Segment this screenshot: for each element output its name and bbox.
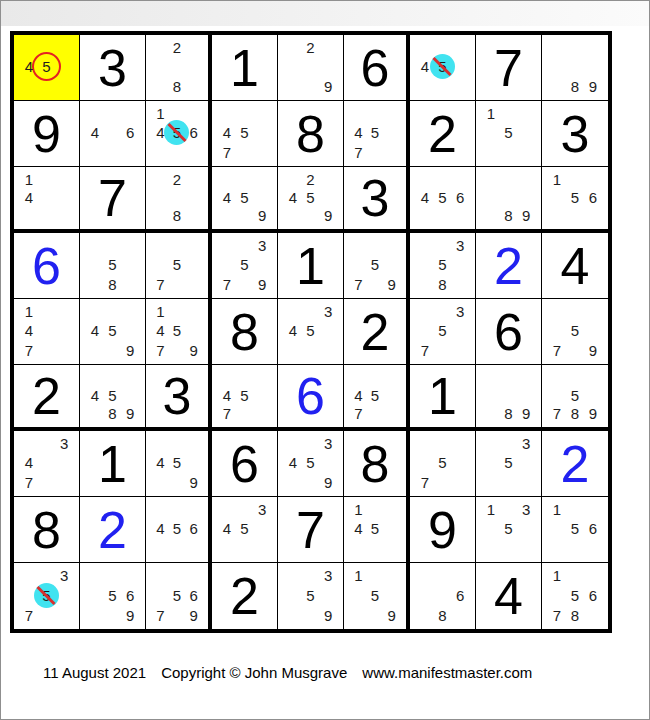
cell-r1c2[interactable]: 3 [80,35,146,101]
pencil-slot-4 [152,586,169,606]
cell-r8c9[interactable]: 156 [542,497,608,563]
pencil-slot-6 [319,57,337,76]
pencil-digit: 2 [306,172,314,187]
pencil-mark: 9 [383,275,400,294]
cell-r5c1[interactable]: 147 [14,299,80,365]
pencil-slot-2 [367,368,384,386]
pencil-digit: 1 [354,502,362,517]
pencil-digit: 7 [354,406,362,421]
cell-r2c4[interactable]: 457 [212,101,278,167]
pencil-slot-1 [350,368,367,386]
cell-r7c6[interactable]: 8 [344,431,410,497]
pencil-mark: 1 [20,170,38,188]
pencil-mark: 6 [584,586,602,606]
pencil-mark: 9 [517,405,535,423]
cell-r3c7[interactable]: 456 [410,167,476,233]
pencil-marks: 15 [476,101,541,166]
pencil-marks: 135 [476,497,541,562]
pencil-digit: 4 [289,323,297,338]
cell-r8c7[interactable]: 9 [410,497,476,563]
pencil-slot-9 [185,143,202,162]
pencil-slot-2 [104,368,122,386]
pencil-slot-1 [284,434,302,453]
cell-r6c2[interactable]: 4589 [80,365,146,431]
pencil-slot-6 [185,453,202,472]
pencil-marks: 358 [410,233,475,298]
pencil-digit: 7 [223,406,231,421]
pencil-digit: 9 [589,79,597,94]
cell-r1c5[interactable]: 29 [278,35,344,101]
pencil-slot-8 [367,405,384,423]
pencil-slot-8 [566,207,584,225]
cell-r3c8[interactable]: 89 [476,167,542,233]
cell-r9c6[interactable]: 159 [344,563,410,629]
pencil-digit: 5 [108,257,116,272]
pencil-slot-9 [517,473,535,492]
pencil-digit: 1 [553,502,561,517]
cell-r7c2[interactable]: 1 [80,431,146,497]
pencil-marks: 357 [14,563,79,629]
pencil-marks: 579 [542,299,608,364]
pencil-slot-7 [548,207,566,225]
pencil-mark: 4 [284,188,302,206]
given-digit: 1 [278,233,343,298]
pencil-slot-3 [517,170,535,188]
pencil-digit: 6 [589,521,597,536]
cell-r1c3[interactable]: 28 [146,35,212,101]
pencil-slot-4 [152,57,169,76]
given-digit: 9 [14,101,79,166]
pencil-slot-3 [383,500,400,519]
pencil-slot-6 [121,255,139,274]
pencil-digit: 5 [371,257,379,272]
given-digit: 7 [278,497,343,562]
cell-r9c9[interactable]: 15678 [542,563,608,629]
pencil-slot-8 [169,275,186,294]
pencil-marks: 569 [80,563,145,629]
cell-r7c1[interactable]: 347 [14,431,80,497]
pencil-mark: 1 [350,566,367,586]
cell-r2c1[interactable]: 9 [14,101,80,167]
pencil-mark: 4 [284,453,302,472]
pencil-slot-1 [482,434,500,453]
cell-r6c5[interactable]: 6 [278,365,344,431]
cell-r4c3[interactable]: 57 [146,233,212,299]
pencil-digit: 5 [173,588,181,603]
pencil-mark: 7 [20,473,38,492]
given-digit: 2 [344,299,406,364]
pencil-slot-9 [185,275,202,294]
cell-r6c8[interactable]: 89 [476,365,542,431]
cell-r8c8[interactable]: 135 [476,497,542,563]
pencil-mark: 5 [104,386,122,404]
pencil-slot-9 [383,405,400,423]
pencil-mark: 5 [434,321,452,340]
pencil-digit: 5 [371,125,379,140]
pencil-mark: 5 [367,386,384,404]
pencil-digit: 3 [60,436,68,451]
pencil-mark: 5 [236,386,254,404]
copyright-label: Copyright © John Musgrave [161,664,347,681]
pencil-slot-3 [383,236,400,255]
cell-r3c4[interactable]: 459 [212,167,278,233]
pencil-slot-6 [584,57,602,76]
cell-r4c6[interactable]: 579 [344,233,410,299]
pencil-mark: 7 [548,605,566,625]
pencil-slot-9 [55,77,73,96]
pencil-mark: 9 [185,341,202,360]
given-digit: 2 [212,563,277,629]
pencil-slot-9 [584,605,602,625]
pencil-marks: 46 [80,101,145,166]
cell-r8c5[interactable]: 7 [278,497,344,563]
pencil-marks: 459 [212,167,277,229]
pencil-digit: 8 [504,208,512,223]
pencil-mark: 7 [350,405,367,423]
cell-r8c3[interactable]: 456 [146,497,212,563]
cell-r9c7[interactable]: 68 [410,563,476,629]
cell-r6c1[interactable]: 2 [14,365,80,431]
pencil-mark: 5 [169,255,186,274]
cell-r6c9[interactable]: 5789 [542,365,608,431]
pencil-slot-2 [434,170,452,188]
pencil-mark: 9 [383,605,400,625]
pencil-slot-7 [152,207,169,225]
pencil-marks: 457 [344,365,406,427]
pencil-slot-9 [55,341,73,360]
cell-r1c8[interactable]: 7 [476,35,542,101]
pencil-mark: 9 [121,405,139,423]
pencil-slot-7 [416,77,434,96]
cell-r1c7[interactable]: 45 [410,35,476,101]
pencil-slot-4 [416,255,434,274]
cell-r9c5[interactable]: 359 [278,563,344,629]
pencil-slot-6 [451,57,469,76]
cell-r4c7[interactable]: 358 [410,233,476,299]
pencil-slot-9 [584,539,602,558]
given-digit: 3 [146,365,208,427]
pencil-slot-4 [482,123,500,142]
cell-r7c8[interactable]: 35 [476,431,542,497]
pencil-marks: 57 [410,431,475,496]
given-digit: 1 [80,431,145,496]
website-label: www.manifestmaster.com [362,664,532,681]
cell-r5c8[interactable]: 6 [476,299,542,365]
pencil-slot-9 [55,605,73,625]
pencil-slot-2 [104,104,122,123]
cell-r1c6[interactable]: 6 [344,35,410,101]
pencil-slot-6 [319,188,337,206]
pencil-slot-6 [451,255,469,274]
pencil-slot-6 [253,519,271,538]
pencil-digit: 3 [324,436,332,451]
cell-r5c7[interactable]: 357 [410,299,476,365]
cell-r5c2[interactable]: 459 [80,299,146,365]
pencil-slot-1 [86,302,104,321]
cell-r9c1[interactable]: 357 [14,563,80,629]
pencil-slot-3 [584,302,602,321]
pencil-slot-4 [548,519,566,538]
cell-r1c4[interactable]: 1 [212,35,278,101]
pencil-mark: 8 [169,207,186,225]
pencil-slot-7 [86,341,104,360]
cell-r5c3[interactable]: 14579 [146,299,212,365]
cell-r5c4[interactable]: 8 [212,299,278,365]
pencil-digit: 5 [438,257,446,272]
pencil-digit: 6 [189,125,197,140]
cell-r3c6[interactable]: 3 [344,167,410,233]
pencil-slot-5 [104,123,122,142]
pencil-mark: 9 [517,207,535,225]
pencil-marks: 457 [344,101,406,166]
pencil-slot-7 [482,473,500,492]
pencil-slot-8 [367,539,384,558]
cell-r1c9[interactable]: 89 [542,35,608,101]
pencil-digit: 3 [522,436,530,451]
pencil-slot-8 [104,341,122,360]
cell-r8c2[interactable]: 2 [80,497,146,563]
cell-r3c3[interactable]: 28 [146,167,212,233]
pencil-digit: 7 [25,608,33,623]
pencil-digit: 4 [156,125,164,140]
cell-r2c6[interactable]: 457 [344,101,410,167]
cell-r9c8[interactable]: 4 [476,563,542,629]
solved-digit: 2 [476,233,541,298]
given-digit: 6 [476,299,541,364]
pencil-digit: 1 [487,106,495,121]
cell-r6c4[interactable]: 457 [212,365,278,431]
given-digit: 8 [212,299,277,364]
pencil-slot-9 [121,275,139,294]
pencil-slot-9 [55,207,73,225]
cell-r2c3[interactable]: 1456 [146,101,212,167]
cell-r2c5[interactable]: 8 [278,101,344,167]
pencil-mark: 7 [152,341,169,360]
cell-r7c9[interactable]: 2 [542,431,608,497]
pencil-slot-2 [434,236,452,255]
pencil-slot-9 [517,143,535,162]
cell-r9c2[interactable]: 569 [80,563,146,629]
cell-r4c9[interactable]: 4 [542,233,608,299]
cell-r4c4[interactable]: 3579 [212,233,278,299]
pencil-slot-6 [383,586,400,606]
pencil-mark: 1 [548,500,566,519]
cell-r7c4[interactable]: 6 [212,431,278,497]
pencil-mark: 5 [500,123,518,142]
pencil-slot-1 [20,566,38,586]
pencil-slot-2 [236,236,254,255]
pencil-mark: 5 [302,453,320,472]
pencil-slot-1 [416,566,434,586]
pencil-slot-3 [517,104,535,123]
pencil-digit: 4 [289,190,297,205]
cell-r5c9[interactable]: 579 [542,299,608,365]
cell-r3c9[interactable]: 156 [542,167,608,233]
pencil-mark: 4 [20,188,38,206]
cell-r6c3[interactable]: 3 [146,365,212,431]
pencil-slot-4 [548,586,566,606]
pencil-slot-6 [55,57,73,76]
pencil-digit: 5 [173,521,181,536]
pencil-marks: 15678 [542,563,608,629]
pencil-digit: 9 [324,208,332,223]
given-digit: 9 [410,497,475,562]
pencil-mark: 6 [185,123,202,142]
pencil-mark: 3 [55,434,73,453]
pencil-mark: 8 [500,207,518,225]
pencil-marks: 579 [344,233,406,298]
pencil-slot-8 [302,341,320,360]
pencil-digit: 7 [354,145,362,160]
pencil-slot-2 [500,104,518,123]
pencil-marks: 357 [410,299,475,364]
pencil-mark-eliminated: 5 [434,57,452,76]
pencil-slot-7 [86,605,104,625]
pencil-digit: 5 [571,588,579,603]
pencil-digit: 5 [240,257,248,272]
cell-r6c6[interactable]: 457 [344,365,410,431]
pencil-mark: 5 [500,519,518,538]
cell-r8c4[interactable]: 345 [212,497,278,563]
pencil-mark: 8 [169,77,186,96]
cell-r2c7[interactable]: 2 [410,101,476,167]
pencil-mark: 3 [451,236,469,255]
pencil-slot-5 [566,57,584,76]
given-digit: 8 [344,431,406,496]
pencil-digit: 1 [553,568,561,583]
pencil-digit: 5 [108,388,116,403]
pencil-mark: 5 [169,321,186,340]
pencil-slot-1 [86,236,104,255]
cell-r2c2[interactable]: 46 [80,101,146,167]
pencil-slot-4 [350,255,367,274]
pencil-marks: 347 [14,431,79,496]
solved-digit: 2 [542,431,608,496]
pencil-marks: 89 [542,35,608,100]
pencil-mark: 2 [169,38,186,57]
pencil-mark: 5 [434,453,452,472]
pencil-digit: 5 [173,257,181,272]
pencil-digit: 8 [504,406,512,421]
pencil-slot-8 [434,77,452,96]
pencil-slot-1 [218,104,236,123]
pencil-slot-9 [584,207,602,225]
pencil-mark: 6 [185,586,202,606]
pencil-mark: 4 [86,386,104,404]
pencil-digit: 5 [173,323,181,338]
pencil-slot-2 [236,104,254,123]
pencil-slot-6 [121,321,139,340]
cell-r7c5[interactable]: 3459 [278,431,344,497]
pencil-slot-2 [566,302,584,321]
given-digit: 3 [542,101,608,166]
pencil-digit: 5 [371,388,379,403]
pencil-slot-3 [185,302,202,321]
pencil-digit: 5 [504,521,512,536]
pencil-slot-3 [185,38,202,57]
pencil-marks: 14 [14,167,79,229]
cell-r5c5[interactable]: 345 [278,299,344,365]
pencil-mark: 4 [152,453,169,472]
cell-r8c6[interactable]: 145 [344,497,410,563]
pencil-digit: 5 [173,455,181,470]
pencil-digit: 9 [258,208,266,223]
cell-r5c6[interactable]: 2 [344,299,410,365]
sudoku-board: 4532812964578994614564578457215314728459… [10,31,612,633]
pencil-slot-2 [367,236,384,255]
given-digit: 7 [80,167,145,229]
given-digit: 3 [344,167,406,229]
pencil-mark: 5 [169,519,186,538]
pencil-mark: 5 [169,586,186,606]
pencil-mark: 9 [253,275,271,294]
pencil-mark: 7 [152,275,169,294]
pencil-mark: 5 [302,188,320,206]
cell-r8c1[interactable]: 8 [14,497,80,563]
pencil-slot-4 [482,453,500,472]
pencil-mark: 6 [185,519,202,538]
pencil-slot-1 [416,302,434,321]
pencil-mark: 5 [302,321,320,340]
pencil-slot-6 [55,321,73,340]
cell-r9c4[interactable]: 2 [212,563,278,629]
pencil-slot-1 [152,170,169,188]
pencil-digit: 9 [126,406,134,421]
cell-r4c8[interactable]: 2 [476,233,542,299]
pencil-slot-4 [482,188,500,206]
cell-r7c3[interactable]: 459 [146,431,212,497]
pencil-slot-7 [284,473,302,492]
cell-r3c2[interactable]: 7 [80,167,146,233]
cell-r4c1[interactable]: 6 [14,233,80,299]
cell-r3c5[interactable]: 2459 [278,167,344,233]
pencil-slot-4 [416,586,434,606]
pencil-digit: 4 [223,190,231,205]
pencil-digit: 5 [108,588,116,603]
cell-r4c2[interactable]: 58 [80,233,146,299]
cell-r1c1[interactable]: 45 [14,35,80,101]
pencil-mark: 1 [20,302,38,321]
cell-r6c7[interactable]: 1 [410,365,476,431]
pencil-slot-3 [451,38,469,57]
cell-r2c9[interactable]: 3 [542,101,608,167]
pencil-digit: 4 [25,59,33,74]
pencil-mark: 9 [584,77,602,96]
cell-r4c5[interactable]: 1 [278,233,344,299]
cell-r3c1[interactable]: 14 [14,167,80,233]
pencil-digit: 1 [354,568,362,583]
pencil-slot-6 [383,255,400,274]
pencil-mark: 8 [104,405,122,423]
pencil-slot-6 [451,453,469,472]
pencil-marks: 345 [278,299,343,364]
pencil-marks: 68 [410,563,475,629]
pencil-digit: 5 [571,190,579,205]
cell-r9c3[interactable]: 5679 [146,563,212,629]
pencil-mark: 4 [152,519,169,538]
pencil-digit: 5 [371,588,379,603]
pencil-slot-7 [284,207,302,225]
pencil-digit: 5 [306,323,314,338]
pencil-mark: 6 [451,586,469,606]
pencil-mark: 7 [218,405,236,423]
pencil-digit: 2 [173,172,181,187]
cell-r7c7[interactable]: 57 [410,431,476,497]
cell-r2c8[interactable]: 15 [476,101,542,167]
pencil-slot-6 [517,123,535,142]
pencil-slot-8 [302,77,320,96]
pencil-marks: 14579 [146,299,208,364]
